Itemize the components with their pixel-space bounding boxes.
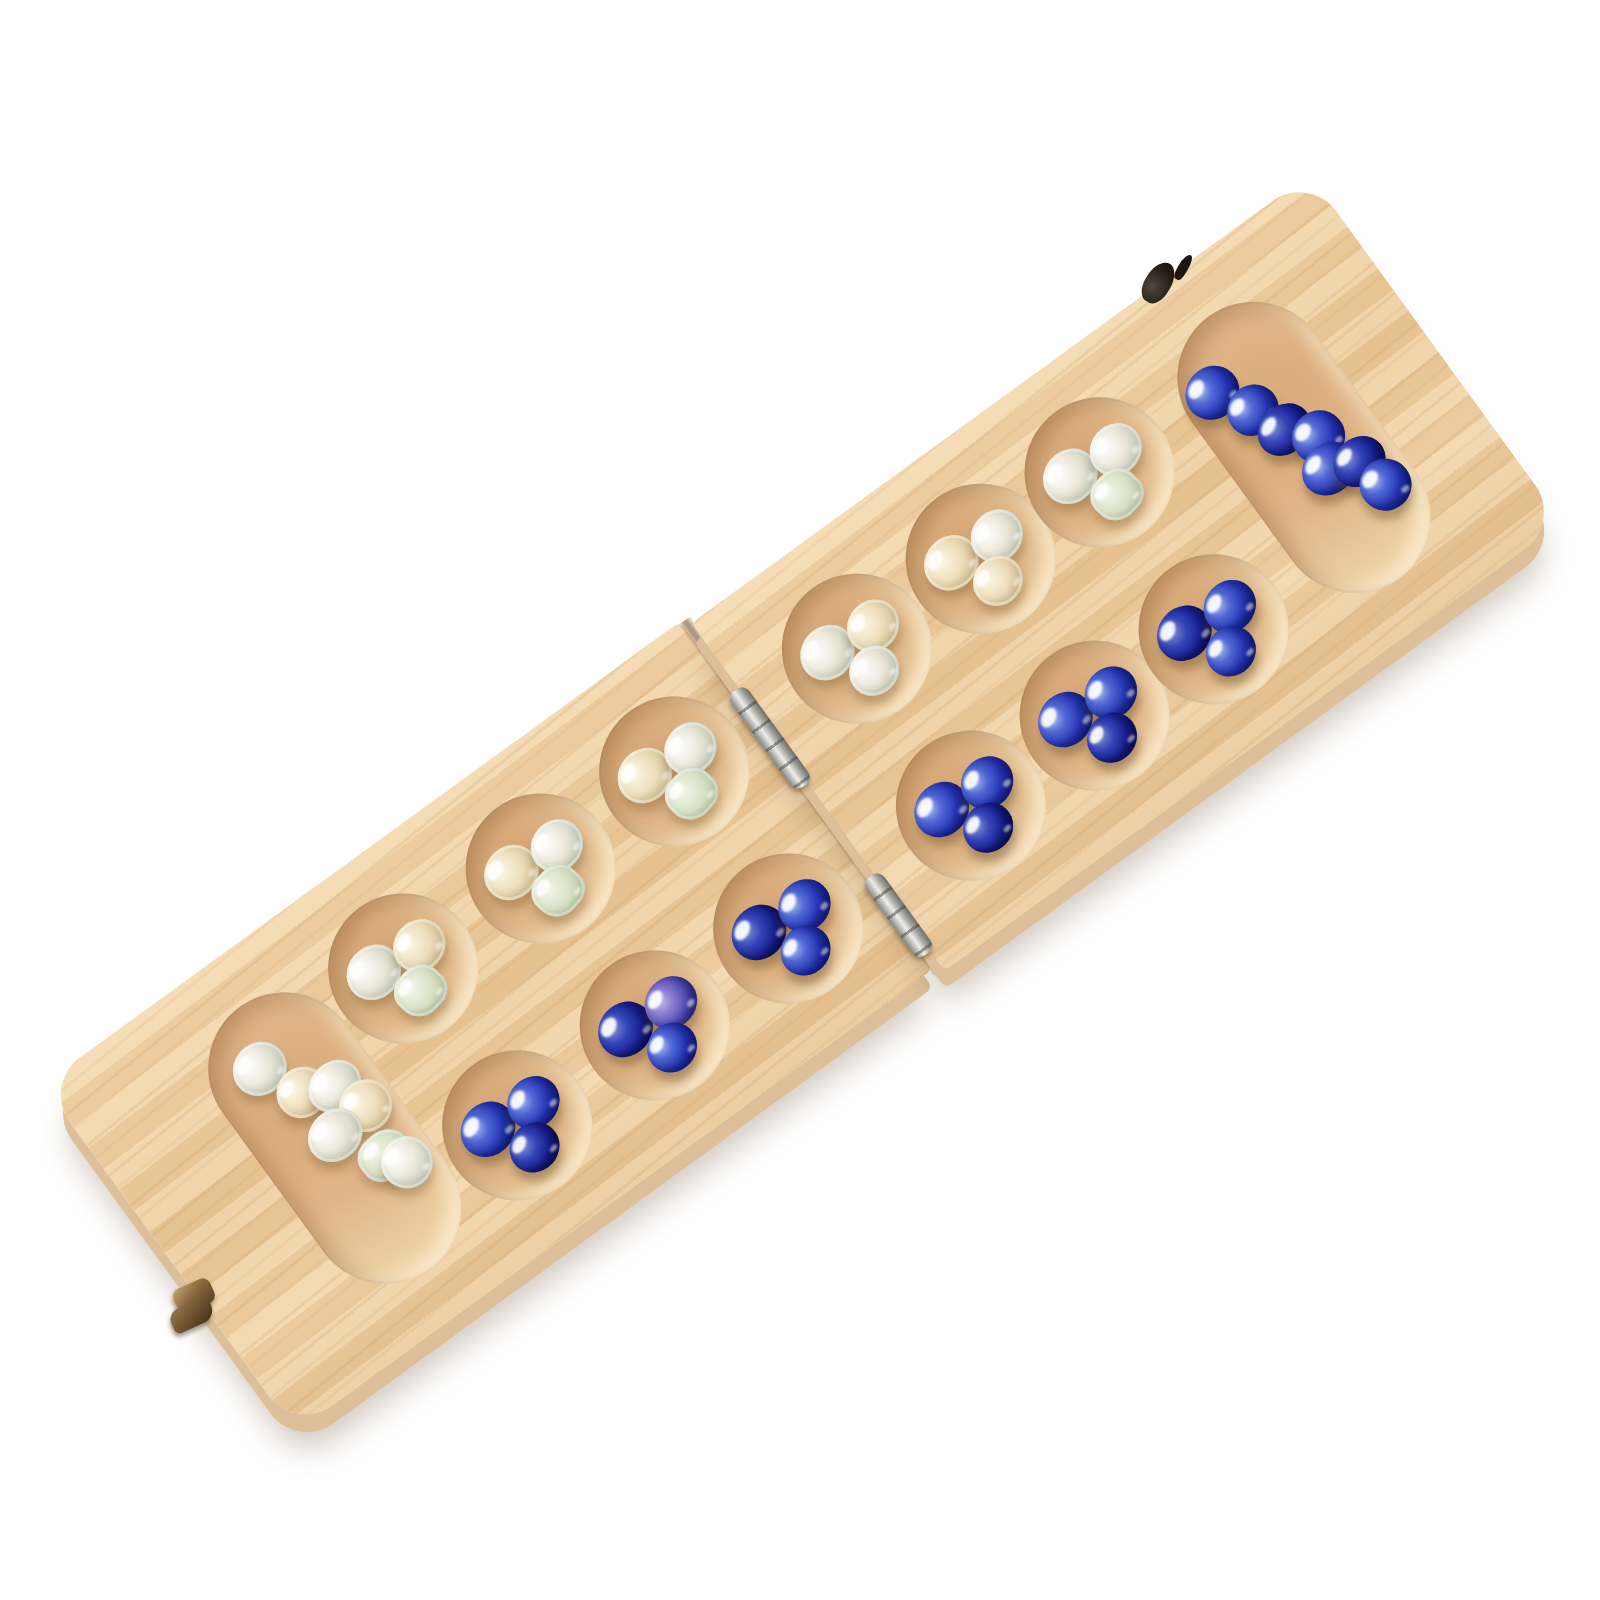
latch-knob — [1136, 257, 1181, 308]
photo-background — [0, 0, 1600, 1600]
mancala-board — [43, 168, 1558, 1433]
brass-clasp — [159, 1272, 233, 1343]
